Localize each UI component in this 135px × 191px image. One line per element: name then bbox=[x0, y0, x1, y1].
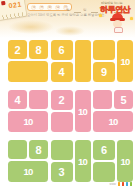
body bbox=[114, 27, 123, 33]
bond-row: 410210510 bbox=[8, 90, 133, 132]
part-cell: 4 bbox=[8, 90, 27, 109]
instruction-text: 모아서 10이 되도록 빈 곳에 알맞은 수를 써넣으세요. bbox=[27, 13, 105, 18]
decorative-swirl bbox=[55, 26, 85, 36]
whole-cell: 10 bbox=[8, 111, 48, 132]
whole-cell-empty[interactable] bbox=[75, 40, 91, 82]
part-cell-empty[interactable] bbox=[93, 162, 115, 182]
whole-cell: 10 bbox=[117, 40, 133, 82]
whole-cell: 10 bbox=[75, 140, 91, 182]
part-cell: 6 bbox=[93, 140, 115, 160]
part-cell: 8 bbox=[29, 140, 48, 159]
bond-row: 810310610 bbox=[8, 140, 133, 182]
date-box-char: 부 bbox=[40, 5, 44, 9]
stamp-icon bbox=[1, 1, 6, 6]
date-box-char: 공 bbox=[32, 5, 36, 9]
number-bond-box: 910 bbox=[93, 40, 133, 82]
publisher-logo-icon bbox=[118, 182, 121, 186]
number-bond-grid: 2864910410210510810310610 bbox=[8, 40, 133, 182]
part-cell-empty[interactable] bbox=[29, 90, 48, 109]
publisher-logo-icon bbox=[126, 182, 129, 186]
publisher-footer: www bbox=[103, 181, 132, 187]
date-box-char: 한 bbox=[48, 5, 52, 9]
sparkle-icon bbox=[130, 17, 133, 20]
publisher-url: www bbox=[110, 183, 117, 186]
number-bond-box: 210 bbox=[51, 90, 91, 132]
number-bond-box: 510 bbox=[93, 90, 133, 132]
mascot-girl-icon bbox=[109, 13, 125, 30]
whole-cell: 10 bbox=[93, 111, 133, 132]
part-cell: 2 bbox=[8, 40, 27, 59]
part-cell-empty[interactable] bbox=[51, 140, 73, 160]
part-cell: 4 bbox=[51, 62, 73, 82]
part-cell-empty[interactable] bbox=[8, 140, 27, 159]
part-cell: 9 bbox=[93, 62, 115, 82]
number-bond-box: 28 bbox=[8, 40, 48, 82]
whole-cell: 10 bbox=[8, 161, 48, 182]
part-cell: 6 bbox=[51, 40, 73, 60]
date-box-char: 날 bbox=[56, 5, 60, 9]
part-cell-empty[interactable] bbox=[51, 112, 73, 132]
number-bond-box: 810 bbox=[8, 140, 48, 182]
bond-row: 2864910 bbox=[8, 40, 133, 82]
number-bond-box: 310 bbox=[51, 140, 91, 182]
book-logo: 매일매일 신나는 하루연산 bbox=[99, 0, 134, 32]
publisher-logo-icon bbox=[130, 182, 133, 186]
whole-cell: 10 bbox=[75, 90, 91, 132]
part-cell: 3 bbox=[51, 162, 73, 182]
number-bond-box: 64 bbox=[51, 40, 91, 82]
whole-cell: 10 bbox=[117, 140, 133, 182]
part-cell-empty[interactable] bbox=[93, 90, 112, 109]
part-cell: 8 bbox=[29, 40, 48, 59]
number-bond-box: 410 bbox=[8, 90, 48, 132]
part-cell-empty[interactable] bbox=[93, 40, 115, 60]
worksheet-page: 021 공부한날짜 월 일 이름 모아서 10이 되도록 빈 곳에 알맞은 수를… bbox=[0, 0, 135, 191]
publisher-logo-icon bbox=[122, 182, 125, 186]
page-number: 021 bbox=[8, 0, 22, 9]
whole-cell-empty[interactable] bbox=[8, 61, 48, 82]
decorative-swirl bbox=[8, 20, 54, 34]
part-cell: 5 bbox=[114, 90, 133, 109]
part-cell: 2 bbox=[51, 90, 73, 110]
sparkle-icon bbox=[99, 14, 102, 17]
number-bond-box: 610 bbox=[93, 140, 133, 182]
